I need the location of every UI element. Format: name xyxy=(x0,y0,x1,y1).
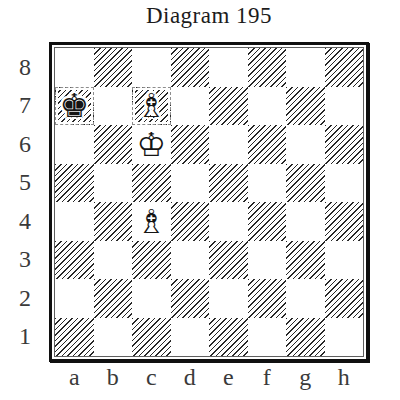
square-e3[interactable] xyxy=(209,241,248,280)
square-g5[interactable] xyxy=(286,164,325,203)
square-f8[interactable] xyxy=(248,48,287,87)
square-d7[interactable] xyxy=(171,87,210,126)
square-a6[interactable] xyxy=(55,125,94,164)
square-a2[interactable] xyxy=(55,279,94,318)
rank-label-7: 7 xyxy=(0,87,40,126)
square-h3[interactable] xyxy=(325,241,364,280)
square-c3[interactable] xyxy=(132,241,171,280)
rank-labels: 87654321 xyxy=(0,48,40,356)
square-h8[interactable] xyxy=(325,48,364,87)
file-labels: abcdefgh xyxy=(55,364,363,391)
rank-label-5: 5 xyxy=(0,164,40,203)
square-e5[interactable] xyxy=(209,164,248,203)
square-g6[interactable] xyxy=(286,125,325,164)
square-g2[interactable] xyxy=(286,279,325,318)
rank-label-2: 2 xyxy=(0,279,40,318)
square-g3[interactable] xyxy=(286,241,325,280)
piece-white-king: ♔ xyxy=(136,128,166,161)
square-f2[interactable] xyxy=(248,279,287,318)
square-f1[interactable] xyxy=(248,318,287,357)
file-label-f: f xyxy=(248,364,287,391)
file-label-c: c xyxy=(132,364,171,391)
piece-black-king: ♚ xyxy=(59,89,89,122)
board-inner-frame: ♚♗♔♗ xyxy=(54,47,364,357)
diagram-title: Diagram 195 xyxy=(49,3,369,29)
square-a4[interactable] xyxy=(55,202,94,241)
square-e6[interactable] xyxy=(209,125,248,164)
square-c1[interactable] xyxy=(132,318,171,357)
square-a1[interactable] xyxy=(55,318,94,357)
square-b8[interactable] xyxy=(94,48,133,87)
square-d6[interactable] xyxy=(171,125,210,164)
square-g8[interactable] xyxy=(286,48,325,87)
square-e8[interactable] xyxy=(209,48,248,87)
square-d2[interactable] xyxy=(171,279,210,318)
square-f3[interactable] xyxy=(248,241,287,280)
square-h4[interactable] xyxy=(325,202,364,241)
square-g1[interactable] xyxy=(286,318,325,357)
square-b7[interactable] xyxy=(94,87,133,126)
square-e4[interactable] xyxy=(209,202,248,241)
square-h2[interactable] xyxy=(325,279,364,318)
square-d3[interactable] xyxy=(171,241,210,280)
rank-label-3: 3 xyxy=(0,241,40,280)
square-a8[interactable] xyxy=(55,48,94,87)
square-a7[interactable]: ♚ xyxy=(55,87,94,126)
square-c6[interactable]: ♔ xyxy=(132,125,171,164)
file-label-g: g xyxy=(286,364,325,391)
square-c8[interactable] xyxy=(132,48,171,87)
square-f6[interactable] xyxy=(248,125,287,164)
square-b1[interactable] xyxy=(94,318,133,357)
square-c7[interactable]: ♗ xyxy=(132,87,171,126)
rank-label-4: 4 xyxy=(0,202,40,241)
square-b6[interactable] xyxy=(94,125,133,164)
square-h6[interactable] xyxy=(325,125,364,164)
square-b4[interactable] xyxy=(94,202,133,241)
square-d8[interactable] xyxy=(171,48,210,87)
square-f4[interactable] xyxy=(248,202,287,241)
square-e1[interactable] xyxy=(209,318,248,357)
square-h1[interactable] xyxy=(325,318,364,357)
square-a5[interactable] xyxy=(55,164,94,203)
square-h5[interactable] xyxy=(325,164,364,203)
square-e7[interactable] xyxy=(209,87,248,126)
board-grid: ♚♗♔♗ xyxy=(55,48,363,356)
rank-label-6: 6 xyxy=(0,125,40,164)
square-f5[interactable] xyxy=(248,164,287,203)
piece-white-bishop: ♗ xyxy=(136,89,166,122)
square-c4[interactable]: ♗ xyxy=(132,202,171,241)
square-d5[interactable] xyxy=(171,164,210,203)
piece-white-bishop: ♗ xyxy=(136,205,166,238)
square-g4[interactable] xyxy=(286,202,325,241)
square-c5[interactable] xyxy=(132,164,171,203)
square-h7[interactable] xyxy=(325,87,364,126)
square-b2[interactable] xyxy=(94,279,133,318)
square-b5[interactable] xyxy=(94,164,133,203)
file-label-d: d xyxy=(171,364,210,391)
file-label-a: a xyxy=(55,364,94,391)
file-label-e: e xyxy=(209,364,248,391)
square-b3[interactable] xyxy=(94,241,133,280)
file-label-h: h xyxy=(325,364,364,391)
square-f7[interactable] xyxy=(248,87,287,126)
square-d4[interactable] xyxy=(171,202,210,241)
file-label-b: b xyxy=(94,364,133,391)
square-d1[interactable] xyxy=(171,318,210,357)
page: Diagram 195 87654321 ♚♗♔♗ abcdefgh xyxy=(0,0,400,400)
rank-label-1: 1 xyxy=(0,318,40,357)
square-c2[interactable] xyxy=(132,279,171,318)
rank-label-8: 8 xyxy=(0,48,40,87)
square-e2[interactable] xyxy=(209,279,248,318)
square-a3[interactable] xyxy=(55,241,94,280)
square-g7[interactable] xyxy=(286,87,325,126)
chess-board: ♚♗♔♗ xyxy=(49,42,369,362)
